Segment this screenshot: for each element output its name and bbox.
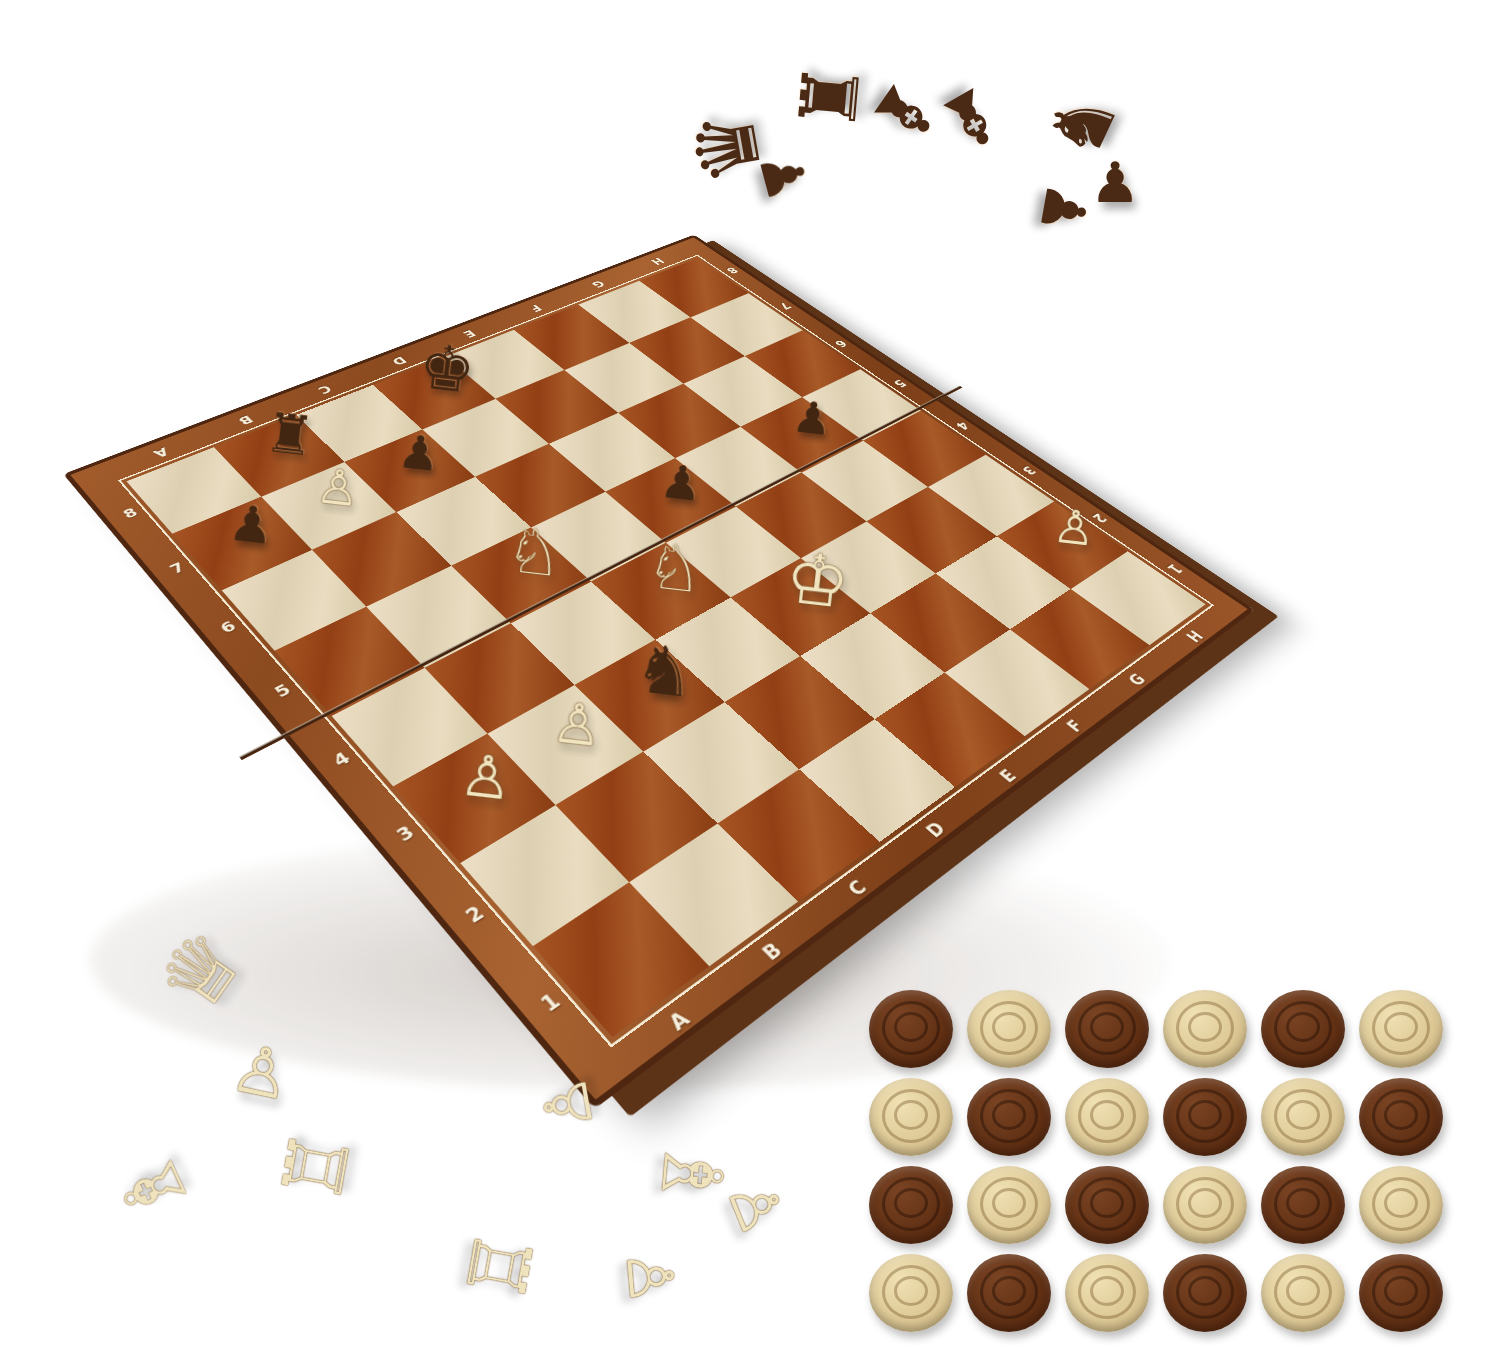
white-king-e3[interactable]: ♔ [782, 542, 853, 620]
checker-light-r4c1[interactable] [869, 1254, 953, 1332]
black-knight-c3[interactable]: ♞ [631, 634, 698, 708]
fallen-white-bishop[interactable]: ♗ [102, 1139, 205, 1238]
checker-dark-r2c2[interactable] [967, 1078, 1051, 1156]
checker-light-r3c6[interactable] [1359, 1166, 1443, 1244]
white-knight-d4[interactable]: ♘ [644, 534, 707, 602]
checker-light-r3c4[interactable] [1163, 1166, 1247, 1244]
checker-dark-r3c3[interactable] [1065, 1166, 1149, 1244]
fallen-white-rook[interactable]: ♖ [452, 1224, 543, 1309]
checkers-tray [862, 985, 1450, 1337]
checker-light-r2c3[interactable] [1065, 1078, 1149, 1156]
fallen-white-pawn[interactable]: ♙ [532, 1071, 603, 1137]
checker-dark-r1c3[interactable] [1065, 990, 1149, 1068]
checker-light-r4c3[interactable] [1065, 1254, 1149, 1332]
square-a1[interactable] [533, 882, 709, 1037]
fallen-white-pawn[interactable]: ♙ [616, 1247, 683, 1308]
checker-dark-r4c4[interactable] [1163, 1254, 1247, 1332]
black-pawn-g5[interactable]: ♟ [790, 394, 834, 442]
fallen-black-bishop[interactable]: ♝ [924, 70, 1018, 167]
fallen-white-rook[interactable]: ♖ [270, 1124, 364, 1211]
checker-dark-r1c1[interactable] [869, 990, 953, 1068]
checker-light-r2c1[interactable] [869, 1078, 953, 1156]
checker-light-r3c2[interactable] [967, 1166, 1051, 1244]
checker-dark-r4c2[interactable] [967, 1254, 1051, 1332]
fallen-black-pawn[interactable]: ♟ [1031, 178, 1097, 239]
checker-dark-r4c6[interactable] [1359, 1254, 1443, 1332]
square-a7[interactable]: ♟ [172, 497, 312, 591]
fallen-black-rook[interactable]: ♜ [788, 59, 872, 135]
white-pawn-b3[interactable]: ♙ [550, 693, 606, 754]
checker-light-r1c4[interactable] [1163, 990, 1247, 1068]
product-photo-scene: ♜♚♟♙♟♘♟♟♘♙♙♞♔♙ AABBCCDDEEFFGGHH887766554… [0, 0, 1500, 1345]
checker-dark-r3c1[interactable] [869, 1166, 953, 1244]
black-pawn-c7[interactable]: ♟ [396, 427, 443, 478]
white-knight-c5[interactable]: ♘ [503, 518, 566, 586]
checker-dark-r3c5[interactable] [1261, 1166, 1345, 1244]
black-pawn-a7[interactable]: ♟ [226, 497, 276, 552]
checker-dark-r2c6[interactable] [1359, 1078, 1443, 1156]
checker-dark-r2c4[interactable] [1163, 1078, 1247, 1156]
checker-light-r2c5[interactable] [1261, 1078, 1345, 1156]
fallen-white-pawn[interactable]: ♙ [226, 1035, 298, 1112]
checker-dark-r1c5[interactable] [1261, 990, 1345, 1068]
fallen-black-pawn[interactable]: ♟ [1090, 155, 1140, 211]
black-pawn-e5[interactable]: ♟ [658, 457, 705, 508]
white-pawn-a3[interactable]: ♙ [457, 745, 515, 809]
white-pawn-b7[interactable]: ♙ [314, 461, 362, 514]
checker-light-r4c5[interactable] [1261, 1254, 1345, 1332]
rank-label-left-7: 7 [153, 554, 202, 583]
checker-light-r1c6[interactable] [1359, 990, 1443, 1068]
checker-light-r1c2[interactable] [967, 990, 1051, 1068]
